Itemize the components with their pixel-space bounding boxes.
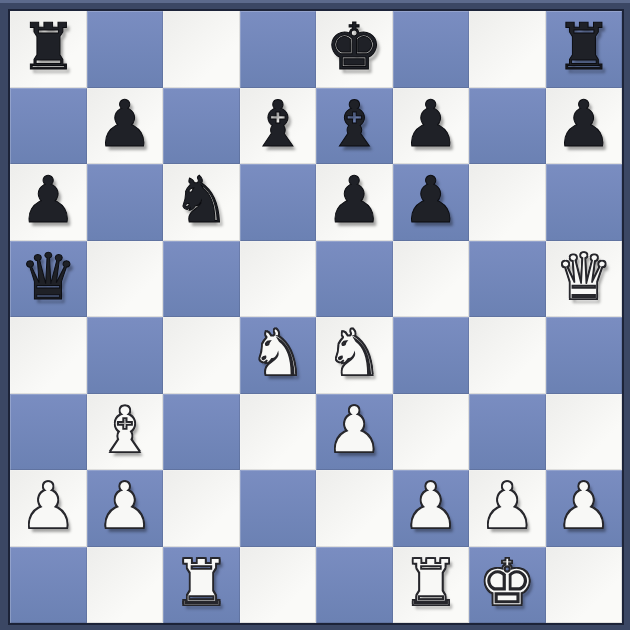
piece-black-pawn-e6[interactable]: ♟ [326, 162, 383, 238]
square-a1[interactable] [10, 547, 87, 624]
square-h1[interactable] [546, 547, 623, 624]
chessboard: ♜♚♜♟♝♝♟♟♟♞♟♟♛♛♞♞♝♟♟♟♟♟♟♜♜♚ [8, 9, 624, 625]
square-b4[interactable] [87, 317, 164, 394]
square-g3[interactable] [469, 394, 546, 471]
square-c5[interactable] [163, 241, 240, 318]
square-g6[interactable] [469, 164, 546, 241]
square-b7[interactable]: ♟ [87, 88, 164, 165]
square-d5[interactable] [240, 241, 317, 318]
piece-white-rook-c1[interactable]: ♜ [173, 545, 230, 621]
square-h7[interactable]: ♟ [546, 88, 623, 165]
square-h5[interactable]: ♛ [546, 241, 623, 318]
square-e6[interactable]: ♟ [316, 164, 393, 241]
square-f4[interactable] [393, 317, 470, 394]
square-g5[interactable] [469, 241, 546, 318]
square-e7[interactable]: ♝ [316, 88, 393, 165]
piece-black-pawn-b7[interactable]: ♟ [96, 86, 153, 162]
square-d6[interactable] [240, 164, 317, 241]
piece-black-pawn-a6[interactable]: ♟ [20, 162, 77, 238]
square-a4[interactable] [10, 317, 87, 394]
square-c4[interactable] [163, 317, 240, 394]
square-g4[interactable] [469, 317, 546, 394]
square-d8[interactable] [240, 11, 317, 88]
piece-black-rook-h8[interactable]: ♜ [555, 9, 612, 85]
piece-white-bishop-b3[interactable]: ♝ [96, 392, 153, 468]
piece-white-pawn-b2[interactable]: ♟ [96, 468, 153, 544]
piece-black-pawn-f6[interactable]: ♟ [402, 162, 459, 238]
square-c1[interactable]: ♜ [163, 547, 240, 624]
square-h2[interactable]: ♟ [546, 470, 623, 547]
piece-white-pawn-e3[interactable]: ♟ [326, 392, 383, 468]
square-b3[interactable]: ♝ [87, 394, 164, 471]
piece-white-knight-d4[interactable]: ♞ [249, 315, 306, 391]
square-a5[interactable]: ♛ [10, 241, 87, 318]
piece-black-king-e8[interactable]: ♚ [326, 9, 383, 85]
square-h8[interactable]: ♜ [546, 11, 623, 88]
piece-black-rook-a8[interactable]: ♜ [20, 9, 77, 85]
piece-black-pawn-f7[interactable]: ♟ [402, 86, 459, 162]
square-g8[interactable] [469, 11, 546, 88]
square-e1[interactable] [316, 547, 393, 624]
square-a2[interactable]: ♟ [10, 470, 87, 547]
square-e2[interactable] [316, 470, 393, 547]
square-d4[interactable]: ♞ [240, 317, 317, 394]
square-f8[interactable] [393, 11, 470, 88]
square-f3[interactable] [393, 394, 470, 471]
piece-black-bishop-e7[interactable]: ♝ [326, 86, 383, 162]
square-h4[interactable] [546, 317, 623, 394]
piece-white-king-g1[interactable]: ♚ [479, 545, 536, 621]
piece-black-knight-c6[interactable]: ♞ [173, 162, 230, 238]
square-b1[interactable] [87, 547, 164, 624]
piece-white-pawn-f2[interactable]: ♟ [402, 468, 459, 544]
square-a3[interactable] [10, 394, 87, 471]
square-e5[interactable] [316, 241, 393, 318]
square-e8[interactable]: ♚ [316, 11, 393, 88]
square-f7[interactable]: ♟ [393, 88, 470, 165]
chessboard-frame: ♜♚♜♟♝♝♟♟♟♞♟♟♛♛♞♞♝♟♟♟♟♟♟♜♜♚ [0, 0, 630, 630]
square-d1[interactable] [240, 547, 317, 624]
piece-black-pawn-h7[interactable]: ♟ [555, 86, 612, 162]
square-b8[interactable] [87, 11, 164, 88]
square-h3[interactable] [546, 394, 623, 471]
square-b5[interactable] [87, 241, 164, 318]
square-d7[interactable]: ♝ [240, 88, 317, 165]
square-g1[interactable]: ♚ [469, 547, 546, 624]
square-f6[interactable]: ♟ [393, 164, 470, 241]
piece-black-bishop-d7[interactable]: ♝ [249, 86, 306, 162]
square-f5[interactable] [393, 241, 470, 318]
square-e3[interactable]: ♟ [316, 394, 393, 471]
piece-black-queen-a5[interactable]: ♛ [20, 239, 77, 315]
frame-highlight-edge [0, 0, 630, 3]
square-c2[interactable] [163, 470, 240, 547]
square-d3[interactable] [240, 394, 317, 471]
square-f2[interactable]: ♟ [393, 470, 470, 547]
square-c3[interactable] [163, 394, 240, 471]
piece-white-knight-e4[interactable]: ♞ [326, 315, 383, 391]
piece-white-rook-f1[interactable]: ♜ [402, 545, 459, 621]
square-a7[interactable] [10, 88, 87, 165]
square-g7[interactable] [469, 88, 546, 165]
square-a8[interactable]: ♜ [10, 11, 87, 88]
square-a6[interactable]: ♟ [10, 164, 87, 241]
piece-white-pawn-g2[interactable]: ♟ [479, 468, 536, 544]
square-c6[interactable]: ♞ [163, 164, 240, 241]
square-f1[interactable]: ♜ [393, 547, 470, 624]
piece-white-queen-h5[interactable]: ♛ [555, 239, 612, 315]
square-c8[interactable] [163, 11, 240, 88]
piece-white-pawn-a2[interactable]: ♟ [20, 468, 77, 544]
square-d2[interactable] [240, 470, 317, 547]
square-b2[interactable]: ♟ [87, 470, 164, 547]
square-e4[interactable]: ♞ [316, 317, 393, 394]
square-b6[interactable] [87, 164, 164, 241]
square-h6[interactable] [546, 164, 623, 241]
square-g2[interactable]: ♟ [469, 470, 546, 547]
square-c7[interactable] [163, 88, 240, 165]
piece-white-pawn-h2[interactable]: ♟ [555, 468, 612, 544]
